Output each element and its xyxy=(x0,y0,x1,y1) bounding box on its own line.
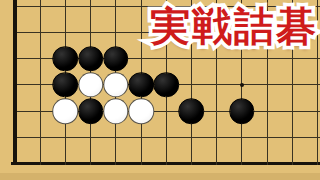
board-left-edge-line xyxy=(13,0,17,165)
white-stone xyxy=(78,72,104,98)
white-stone xyxy=(103,98,129,124)
board-front-edge xyxy=(0,173,320,180)
black-stone xyxy=(103,46,129,72)
black-stone xyxy=(78,46,104,72)
thumbnail-stage: 実戦詰碁 xyxy=(0,0,320,180)
black-stone xyxy=(78,98,104,124)
black-stone xyxy=(153,72,179,98)
black-stone xyxy=(179,98,205,124)
white-stone xyxy=(128,98,154,124)
black-stone xyxy=(128,72,154,98)
grid-line-v xyxy=(40,0,41,165)
white-stone xyxy=(103,72,129,98)
title-text: 実戦詰碁 xyxy=(150,5,318,47)
star-point xyxy=(240,83,244,87)
black-stone xyxy=(53,72,79,98)
black-stone xyxy=(229,98,255,124)
black-stone xyxy=(53,46,79,72)
white-stone xyxy=(53,98,79,124)
